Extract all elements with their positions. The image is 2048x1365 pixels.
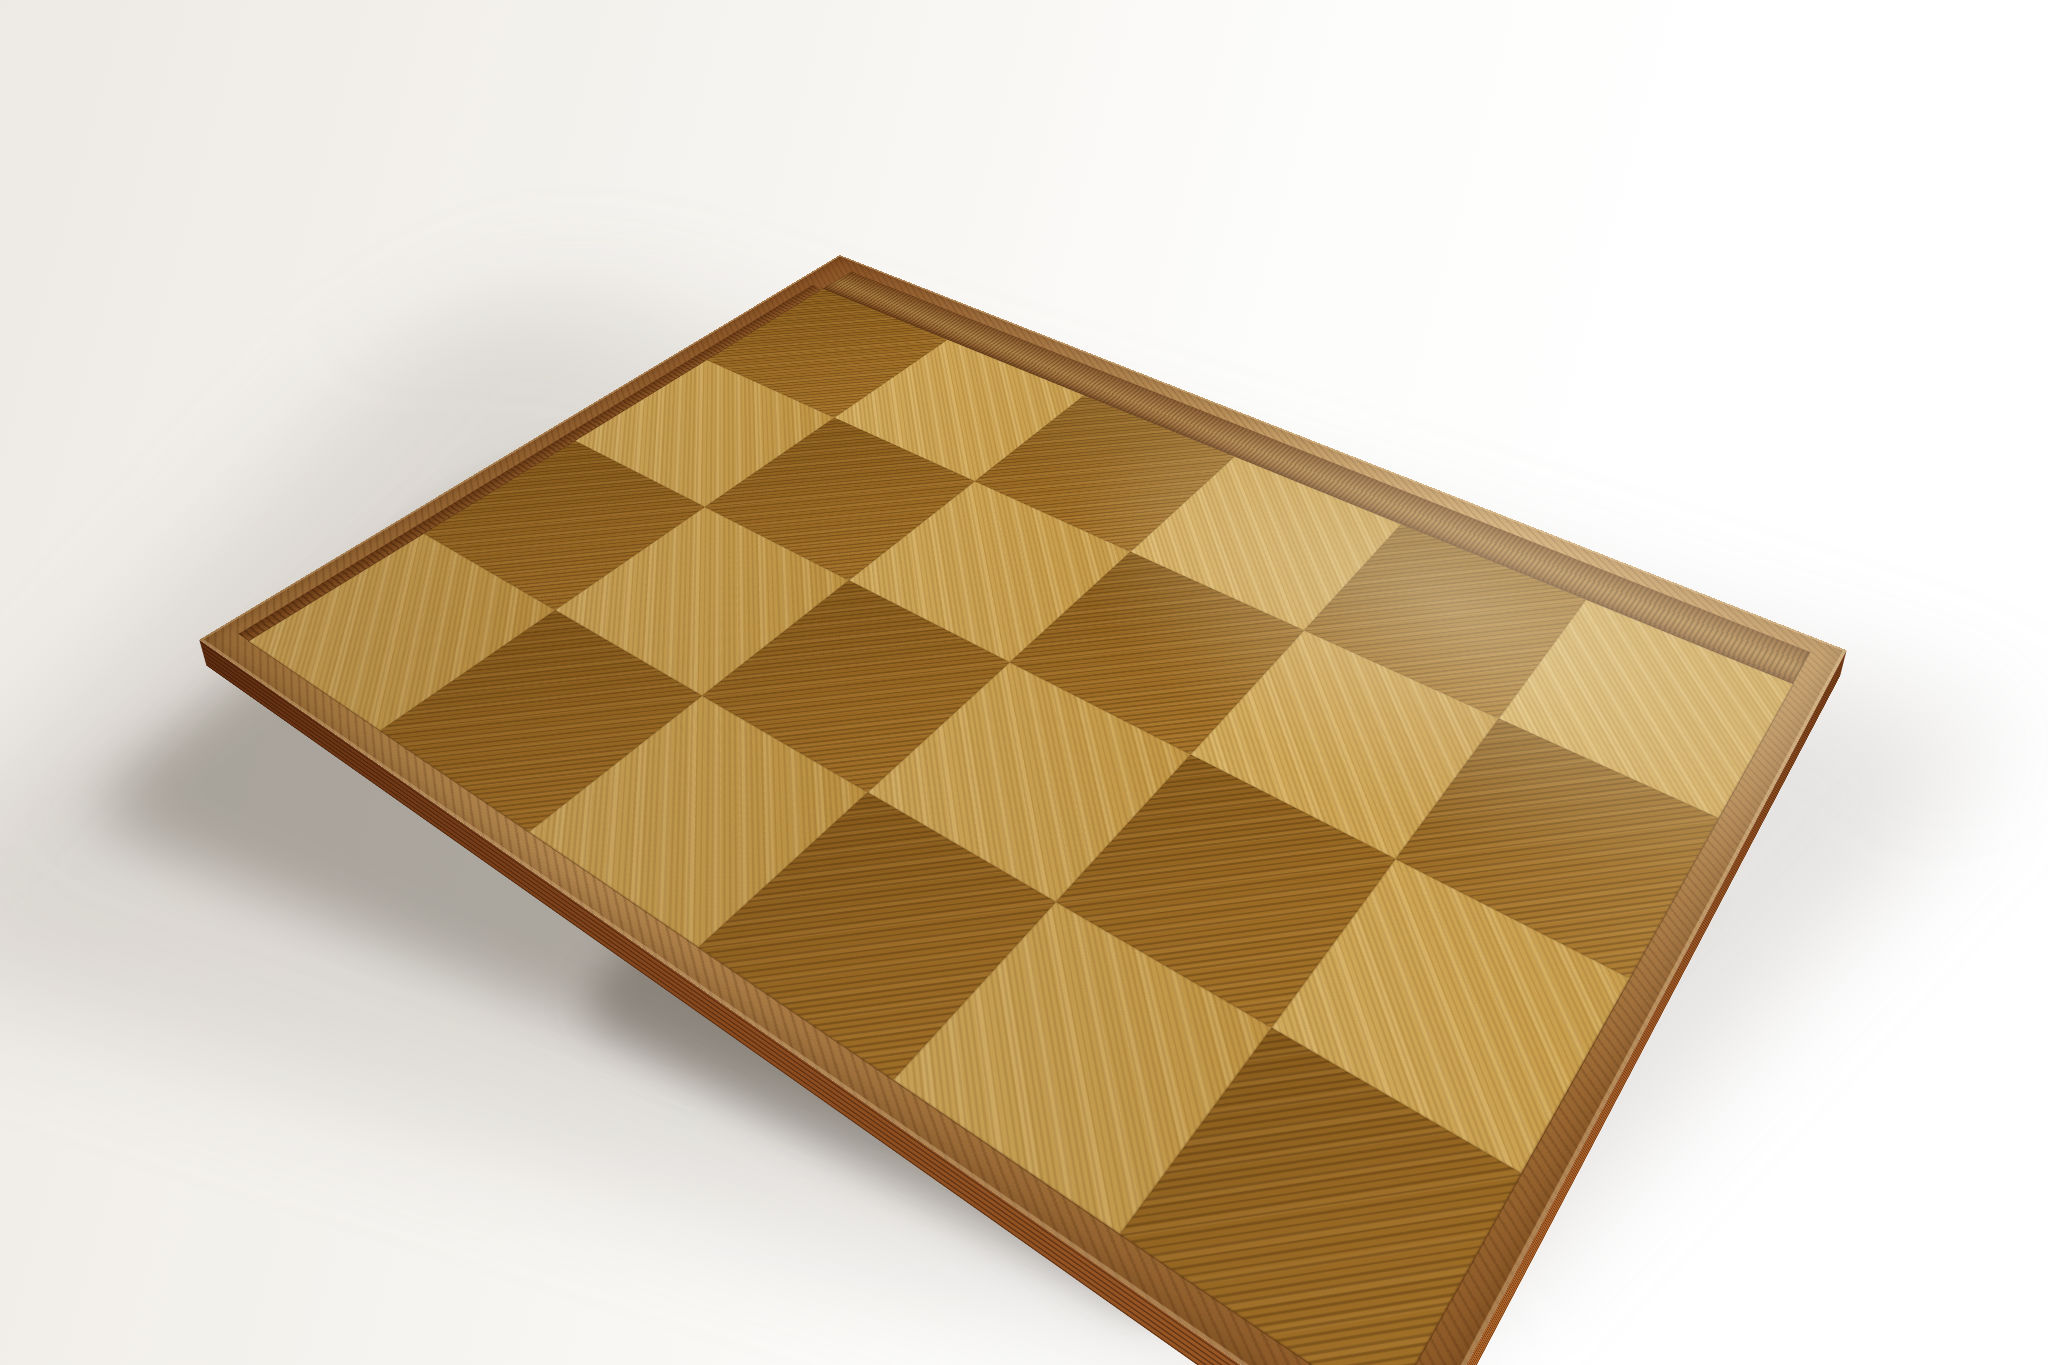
perspective-container <box>0 0 2048 1365</box>
tray <box>199 255 1846 1365</box>
background: checkerboard marquetry tray (empty chess… <box>0 0 2048 1365</box>
